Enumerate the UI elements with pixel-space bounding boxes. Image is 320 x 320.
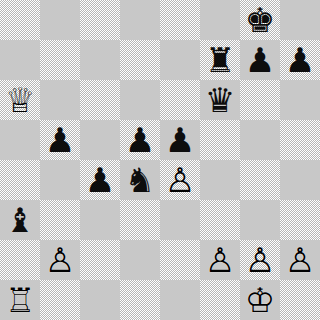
black-pawn[interactable]: ♟ (80, 160, 120, 200)
square-e6[interactable] (160, 80, 200, 120)
chess-board: ♚♜♟♟♕♛♟♟♟♟♞♙♝♙♙♙♙♖♔ (0, 0, 320, 320)
square-a6[interactable]: ♕ (0, 80, 40, 120)
square-h3[interactable] (280, 200, 320, 240)
square-c4[interactable]: ♟ (80, 160, 120, 200)
square-a7[interactable] (0, 40, 40, 80)
square-f1[interactable] (200, 280, 240, 320)
square-a8[interactable] (0, 0, 40, 40)
square-c8[interactable] (80, 0, 120, 40)
square-h7[interactable]: ♟ (280, 40, 320, 80)
white-king[interactable]: ♔ (240, 280, 280, 320)
square-g1[interactable]: ♔ (240, 280, 280, 320)
square-c1[interactable] (80, 280, 120, 320)
square-f4[interactable] (200, 160, 240, 200)
black-pawn[interactable]: ♟ (120, 120, 160, 160)
square-b6[interactable] (40, 80, 80, 120)
white-queen[interactable]: ♕ (0, 80, 40, 120)
square-d5[interactable]: ♟ (120, 120, 160, 160)
square-b5[interactable]: ♟ (40, 120, 80, 160)
square-h4[interactable] (280, 160, 320, 200)
square-c5[interactable] (80, 120, 120, 160)
square-g8[interactable]: ♚ (240, 0, 280, 40)
square-h1[interactable] (280, 280, 320, 320)
square-d2[interactable] (120, 240, 160, 280)
square-a5[interactable] (0, 120, 40, 160)
square-e4[interactable]: ♙ (160, 160, 200, 200)
square-h6[interactable] (280, 80, 320, 120)
square-b3[interactable] (40, 200, 80, 240)
black-knight[interactable]: ♞ (120, 160, 160, 200)
square-f5[interactable] (200, 120, 240, 160)
black-rook[interactable]: ♜ (200, 40, 240, 80)
square-g7[interactable]: ♟ (240, 40, 280, 80)
black-pawn[interactable]: ♟ (40, 120, 80, 160)
square-a2[interactable] (0, 240, 40, 280)
black-pawn[interactable]: ♟ (240, 40, 280, 80)
white-pawn[interactable]: ♙ (200, 240, 240, 280)
square-g5[interactable] (240, 120, 280, 160)
square-c2[interactable] (80, 240, 120, 280)
square-b1[interactable] (40, 280, 80, 320)
square-g3[interactable] (240, 200, 280, 240)
square-h2[interactable]: ♙ (280, 240, 320, 280)
square-e1[interactable] (160, 280, 200, 320)
white-pawn[interactable]: ♙ (40, 240, 80, 280)
square-e8[interactable] (160, 0, 200, 40)
black-pawn[interactable]: ♟ (280, 40, 320, 80)
square-d4[interactable]: ♞ (120, 160, 160, 200)
square-b8[interactable] (40, 0, 80, 40)
square-c6[interactable] (80, 80, 120, 120)
square-h5[interactable] (280, 120, 320, 160)
square-d7[interactable] (120, 40, 160, 80)
square-d3[interactable] (120, 200, 160, 240)
square-e7[interactable] (160, 40, 200, 80)
black-queen[interactable]: ♛ (200, 80, 240, 120)
black-bishop[interactable]: ♝ (0, 200, 40, 240)
square-h8[interactable] (280, 0, 320, 40)
square-c3[interactable] (80, 200, 120, 240)
square-f3[interactable] (200, 200, 240, 240)
square-d6[interactable] (120, 80, 160, 120)
square-f6[interactable]: ♛ (200, 80, 240, 120)
square-f2[interactable]: ♙ (200, 240, 240, 280)
square-a1[interactable]: ♖ (0, 280, 40, 320)
square-f7[interactable]: ♜ (200, 40, 240, 80)
square-e2[interactable] (160, 240, 200, 280)
square-g4[interactable] (240, 160, 280, 200)
square-c7[interactable] (80, 40, 120, 80)
square-f8[interactable] (200, 0, 240, 40)
square-g6[interactable] (240, 80, 280, 120)
square-b7[interactable] (40, 40, 80, 80)
black-king[interactable]: ♚ (240, 0, 280, 40)
white-pawn[interactable]: ♙ (160, 160, 200, 200)
square-a3[interactable]: ♝ (0, 200, 40, 240)
white-pawn[interactable]: ♙ (280, 240, 320, 280)
square-b4[interactable] (40, 160, 80, 200)
square-e3[interactable] (160, 200, 200, 240)
square-e5[interactable]: ♟ (160, 120, 200, 160)
square-a4[interactable] (0, 160, 40, 200)
square-d8[interactable] (120, 0, 160, 40)
white-pawn[interactable]: ♙ (240, 240, 280, 280)
white-rook[interactable]: ♖ (0, 280, 40, 320)
black-pawn[interactable]: ♟ (160, 120, 200, 160)
square-g2[interactable]: ♙ (240, 240, 280, 280)
square-d1[interactable] (120, 280, 160, 320)
square-b2[interactable]: ♙ (40, 240, 80, 280)
